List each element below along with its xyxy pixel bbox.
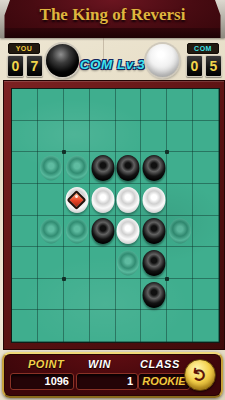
board-cell-g1[interactable] [167,89,193,121]
board-cell-f8[interactable] [141,310,167,342]
undo-arrow-icon: ↺ [188,366,212,385]
board-cell-g5[interactable] [167,216,193,248]
board-cell-c3[interactable] [64,152,90,184]
com-score-tens: 0 [186,55,203,77]
black-disc [143,155,166,181]
board-cell-a5[interactable] [12,216,38,248]
board-cell-g3[interactable] [167,152,193,184]
board-cell-b6[interactable] [38,247,64,279]
board-cell-h7[interactable] [193,279,219,311]
board-cell-h4[interactable] [193,184,219,216]
board-cell-a3[interactable] [12,152,38,184]
class-label: CLASS [140,358,180,370]
board-cell-f4[interactable] [141,184,167,216]
hint-disc [66,219,88,244]
board-cell-d8[interactable] [90,310,116,342]
board-cell-f5[interactable] [141,216,167,248]
board-cell-h5[interactable] [193,216,219,248]
board-cell-a8[interactable] [12,310,38,342]
class-value: ROOKIE [138,373,190,390]
page-title: The King of Reversi [0,0,225,29]
point-value: 1096 [10,373,74,390]
point-label: POINT [28,358,64,370]
com-label: COM [187,43,219,54]
black-disc [117,155,140,181]
black-disc [143,282,166,308]
board-cell-c6[interactable] [64,247,90,279]
board-cell-b5[interactable] [38,216,64,248]
board-cell-f7[interactable] [141,279,167,311]
banner-bottom-strip [0,28,225,38]
board-cell-g2[interactable] [167,121,193,153]
board-cell-e7[interactable] [116,279,142,311]
board-cell-e1[interactable] [116,89,142,121]
hint-disc [66,156,88,181]
board-cell-a7[interactable] [12,279,38,311]
board-cell-d3[interactable] [90,152,116,184]
game-screen: The King of Reversi YOU 0 7 COM Lv.3 COM… [0,0,225,400]
board-cell-e4[interactable] [116,184,142,216]
com-score: 0 5 [186,55,222,77]
board-cell-f2[interactable] [141,121,167,153]
black-disc [143,250,166,276]
board-cell-c8[interactable] [64,310,90,342]
board-cell-h2[interactable] [193,121,219,153]
com-score-ones: 5 [205,55,222,77]
black-disc [91,155,114,181]
status-bar: POINT WIN CLASS 1096 1 ROOKIE ↺ [2,352,223,398]
board-cell-f3[interactable] [141,152,167,184]
board-cell-c2[interactable] [64,121,90,153]
board-cell-h3[interactable] [193,152,219,184]
black-disc [143,218,166,244]
board-cell-e2[interactable] [116,121,142,153]
hint-disc [117,250,139,275]
board-cell-c1[interactable] [64,89,90,121]
board-cell-g8[interactable] [167,310,193,342]
board-cell-h1[interactable] [193,89,219,121]
board-cell-e8[interactable] [116,310,142,342]
board-cell-b2[interactable] [38,121,64,153]
you-label: YOU [8,43,40,54]
win-value: 1 [76,373,138,390]
white-player-disc-icon [146,44,179,77]
board-cell-b4[interactable] [38,184,64,216]
marble-seam [103,38,104,59]
hint-disc [40,156,62,181]
last-move-marker [67,190,87,210]
title-banner: The King of Reversi [0,0,225,38]
board-cell-d6[interactable] [90,247,116,279]
hint-disc [169,219,191,244]
board-cell-c7[interactable] [64,279,90,311]
board-cell-b3[interactable] [38,152,64,184]
board-cell-f6[interactable] [141,247,167,279]
board-cell-h8[interactable] [193,310,219,342]
board-cell-g7[interactable] [167,279,193,311]
white-disc [143,187,166,213]
board-cell-d2[interactable] [90,121,116,153]
board-frame [3,80,225,350]
board-cell-c5[interactable] [64,216,90,248]
board-cell-d7[interactable] [90,279,116,311]
board-cell-g6[interactable] [167,247,193,279]
white-disc [91,187,114,213]
board-grid [11,88,220,343]
board-cell-a6[interactable] [12,247,38,279]
white-disc [117,187,140,213]
board-cell-h6[interactable] [193,247,219,279]
black-disc [91,218,114,244]
board-cell-e6[interactable] [116,247,142,279]
white-disc [65,187,88,213]
board-cell-a4[interactable] [12,184,38,216]
board-cell-a1[interactable] [12,89,38,121]
undo-button[interactable]: ↺ [184,359,216,391]
board-cell-e5[interactable] [116,216,142,248]
hint-disc [40,219,62,244]
white-disc [117,218,140,244]
board-cell-a2[interactable] [12,121,38,153]
board-cell-d1[interactable] [90,89,116,121]
board-cell-c4[interactable] [64,184,90,216]
board-cell-b8[interactable] [38,310,64,342]
board-cell-b7[interactable] [38,279,64,311]
board-cell-g4[interactable] [167,184,193,216]
board-cell-d5[interactable] [90,216,116,248]
board-cell-b1[interactable] [38,89,64,121]
board-cell-f1[interactable] [141,89,167,121]
board-cell-e3[interactable] [116,152,142,184]
board-cell-d4[interactable] [90,184,116,216]
win-label: WIN [88,358,111,370]
